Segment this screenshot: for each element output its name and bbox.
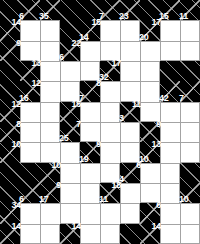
entry-cell-r12c5[interactable] [80, 224, 100, 244]
entry-cell-r4c3[interactable] [40, 61, 60, 81]
down-clue: 25 [59, 134, 68, 143]
clue-cell-r10c10: 10 [180, 183, 200, 203]
down-clue: 10 [179, 195, 188, 204]
across-clue: 17 [112, 59, 121, 68]
entry-cell-r4c8[interactable] [140, 61, 160, 81]
clue-cell-r8c5: 199 [80, 142, 100, 162]
clue-cell-r10c2: 6 [20, 183, 40, 203]
entry-cell-r10c4[interactable] [60, 183, 80, 203]
entry-cell-r7c9[interactable] [160, 122, 180, 142]
across-clue: 13 [32, 59, 41, 68]
entry-cell-r6c10[interactable] [180, 102, 200, 122]
down-clue: 23 [119, 12, 128, 21]
entry-cell-r11c7[interactable] [120, 203, 140, 223]
entry-cell-r9c8[interactable] [140, 163, 160, 183]
down-clue: 11 [179, 12, 188, 21]
across-clue: 10 [52, 161, 61, 170]
entry-cell-r6c3[interactable] [40, 102, 60, 122]
block-cell [160, 61, 180, 81]
clue-cell-r8c1: 10 [0, 142, 20, 162]
entry-cell-r8c10[interactable] [180, 142, 200, 162]
clue-cell-r6c7: 311 [120, 102, 140, 122]
clue-cell-r1c7: 23 [120, 0, 140, 20]
across-clue: 22 [72, 39, 81, 48]
block-cell [20, 163, 40, 183]
across-clue: 15 [72, 100, 81, 109]
entry-cell-r7c6[interactable] [100, 122, 120, 142]
block-cell [0, 163, 20, 183]
entry-cell-r7c7[interactable] [120, 122, 140, 142]
down-clue: 7 [179, 94, 184, 103]
entry-cell-r6c6[interactable] [100, 102, 120, 122]
entry-cell-r9c9[interactable] [160, 163, 180, 183]
clue-cell-r1c10: 11 [180, 0, 200, 20]
entry-cell-r2c3[interactable] [40, 20, 60, 40]
across-clue: 14 [12, 222, 21, 231]
entry-cell-r2c10[interactable] [180, 20, 200, 40]
block-cell [60, 0, 80, 20]
clue-cell-r12c1: 14 [0, 224, 20, 244]
entry-cell-r8c9[interactable] [160, 142, 180, 162]
entry-cell-r2c9[interactable] [160, 20, 180, 40]
across-clue: 9 [96, 140, 101, 149]
across-clue: 6 [156, 201, 161, 210]
clue-cell-r2c5: 1415 [80, 20, 100, 40]
across-clue: 18 [112, 181, 121, 190]
entry-cell-r11c3[interactable] [40, 203, 60, 223]
across-clue: 15 [92, 18, 101, 27]
clue-cell-r1c2: 6 [20, 0, 40, 20]
down-clue: 6 [59, 53, 64, 62]
entry-cell-r3c3[interactable] [40, 41, 60, 61]
across-clue: 7 [76, 120, 81, 129]
entry-cell-r2c2[interactable] [20, 20, 40, 40]
block-cell [180, 163, 200, 183]
clue-cell-r8c8: 1013 [140, 142, 160, 162]
entry-cell-r6c5[interactable] [80, 102, 100, 122]
entry-cell-r12c3[interactable] [40, 224, 60, 244]
clue-cell-r5c2: 1612 [20, 81, 40, 101]
entry-cell-r5c3[interactable] [40, 81, 60, 101]
entry-cell-r8c6[interactable] [100, 142, 120, 162]
across-clue: 34 [12, 201, 21, 210]
entry-cell-r10c7[interactable] [120, 183, 140, 203]
across-clue: 11 [132, 100, 141, 109]
entry-cell-r9c4[interactable] [60, 163, 80, 183]
across-clue: 12 [12, 100, 21, 109]
entry-cell-r10c5[interactable] [80, 183, 100, 203]
clue-cell-r2c8: 2017 [140, 20, 160, 40]
entry-cell-r12c6[interactable] [100, 224, 120, 244]
entry-cell-r2c7[interactable] [120, 20, 140, 40]
across-clue: 9 [16, 39, 21, 48]
down-clue: 17 [39, 195, 48, 204]
entry-cell-r11c6[interactable] [100, 203, 120, 223]
across-clue: 8 [96, 79, 101, 88]
entry-cell-r12c10[interactable] [180, 224, 200, 244]
clue-cell-r1c3: 35 [40, 0, 60, 20]
clue-cell-r5c10: 7 [180, 81, 200, 101]
entry-cell-r11c5[interactable] [80, 203, 100, 223]
entry-cell-r6c9[interactable] [160, 102, 180, 122]
entry-cell-r2c6[interactable] [100, 20, 120, 40]
clue-cell-r10c6: 1118 [100, 183, 120, 203]
entry-cell-r4c4[interactable] [60, 61, 80, 81]
down-clue: 35 [39, 12, 48, 21]
block-cell [0, 61, 20, 81]
entry-cell-r3c5[interactable] [80, 41, 100, 61]
across-clue: 14 [72, 222, 81, 231]
across-clue: 14 [12, 18, 21, 27]
entry-cell-r8c2[interactable] [20, 142, 40, 162]
block-cell [180, 61, 200, 81]
entry-cell-r3c7[interactable] [120, 41, 140, 61]
across-clue: 14 [152, 222, 161, 231]
clue-cell-r5c5: 78 [80, 81, 100, 101]
entry-cell-r12c9[interactable] [160, 224, 180, 244]
across-clue: 12 [32, 79, 41, 88]
clue-cell-r1c9: 15 [160, 0, 180, 20]
entry-cell-r4c7[interactable] [120, 61, 140, 81]
across-clue: 8 [16, 120, 21, 129]
down-clue: 11 [99, 195, 108, 204]
entry-cell-r9c5[interactable] [80, 163, 100, 183]
clue-cell-r3c1: 9 [0, 41, 20, 61]
entry-cell-r7c10[interactable] [180, 122, 200, 142]
across-clue: 10 [12, 140, 21, 149]
entry-cell-r11c2[interactable] [20, 203, 40, 223]
down-clue: 42 [159, 94, 168, 103]
entry-cell-r5c8[interactable] [140, 81, 160, 101]
entry-cell-r11c10[interactable] [180, 203, 200, 223]
entry-cell-r3c9[interactable] [160, 41, 180, 61]
entry-cell-r7c2[interactable] [20, 122, 40, 142]
down-clue: 3 [119, 114, 124, 123]
clue-cell-r7c4: 257 [60, 122, 80, 142]
entry-cell-r8c4[interactable] [60, 142, 80, 162]
across-clue: 9 [56, 181, 61, 190]
entry-cell-r3c8[interactable] [140, 41, 160, 61]
clue-cell-r3c4: 622 [60, 41, 80, 61]
down-clue: 20 [139, 33, 148, 42]
clue-cell-r1c6: 7 [100, 0, 120, 20]
entry-cell-r5c6[interactable] [100, 81, 120, 101]
entry-cell-r6c2[interactable] [20, 102, 40, 122]
block-cell [120, 224, 140, 244]
clue-cell-r4c6: 3217 [100, 61, 120, 81]
entry-cell-r10c9[interactable] [160, 183, 180, 203]
clue-cell-r12c8: 14 [140, 224, 160, 244]
clue-cell-r9c7: 46 [120, 163, 140, 183]
down-clue: 19 [79, 155, 88, 164]
across-clue: 6 [136, 161, 141, 170]
entry-cell-r12c2[interactable] [20, 224, 40, 244]
across-clue: 13 [152, 140, 161, 149]
across-clue: 17 [152, 18, 161, 27]
entry-cell-r11c9[interactable] [160, 203, 180, 223]
entry-cell-r7c3[interactable] [40, 122, 60, 142]
kakuro-board: 6357231511141415201796221332171612784271… [0, 0, 200, 244]
entry-cell-r3c10[interactable] [180, 41, 200, 61]
clue-cell-r12c4: 14 [60, 224, 80, 244]
clue-cell-r10c3: 179 [40, 183, 60, 203]
clue-cell-r5c9: 42 [160, 81, 180, 101]
across-clue: 9 [156, 120, 161, 129]
